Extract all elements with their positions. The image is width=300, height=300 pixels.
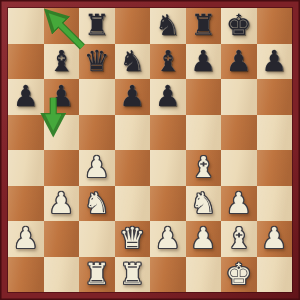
white-bishop[interactable]: ♝ <box>226 221 252 257</box>
square-d7[interactable]: ♞ <box>115 44 151 80</box>
square-d8[interactable] <box>115 8 151 44</box>
square-g7[interactable]: ♟ <box>221 44 257 80</box>
square-h2[interactable]: ♟ <box>257 221 293 257</box>
white-queen[interactable]: ♛ <box>119 221 145 257</box>
square-a4[interactable] <box>8 150 44 186</box>
square-g8[interactable]: ♚ <box>221 8 257 44</box>
white-bishop[interactable]: ♝ <box>190 150 216 186</box>
chess-board-frame: ♜♞♜♚♝♛♞♝♟♟♟♟♟♟♟♟♝♟♞♞♟♟♛♟♟♝♟♜♜♚ <box>0 0 300 300</box>
square-b1[interactable] <box>44 257 80 293</box>
square-e8[interactable]: ♞ <box>150 8 186 44</box>
square-f6[interactable] <box>186 79 222 115</box>
square-g6[interactable] <box>221 79 257 115</box>
black-pawn[interactable]: ♟ <box>261 44 287 80</box>
white-pawn[interactable]: ♟ <box>84 150 110 186</box>
square-f7[interactable]: ♟ <box>186 44 222 80</box>
black-king[interactable]: ♚ <box>226 8 252 44</box>
square-c6[interactable] <box>79 79 115 115</box>
square-b2[interactable] <box>44 221 80 257</box>
square-d6[interactable]: ♟ <box>115 79 151 115</box>
black-pawn[interactable]: ♟ <box>119 79 145 115</box>
square-f4[interactable]: ♝ <box>186 150 222 186</box>
black-bishop[interactable]: ♝ <box>155 44 181 80</box>
square-e6[interactable]: ♟ <box>150 79 186 115</box>
square-b3[interactable]: ♟ <box>44 186 80 222</box>
square-f1[interactable] <box>186 257 222 293</box>
white-king[interactable]: ♚ <box>226 257 252 293</box>
square-f5[interactable] <box>186 115 222 151</box>
white-pawn[interactable]: ♟ <box>261 221 287 257</box>
board-squares: ♜♞♜♚♝♛♞♝♟♟♟♟♟♟♟♟♝♟♞♞♟♟♛♟♟♝♟♜♜♚ <box>8 8 292 292</box>
square-c4[interactable]: ♟ <box>79 150 115 186</box>
white-pawn[interactable]: ♟ <box>13 221 39 257</box>
square-h1[interactable] <box>257 257 293 293</box>
square-c1[interactable]: ♜ <box>79 257 115 293</box>
white-rook[interactable]: ♜ <box>119 257 145 293</box>
black-queen[interactable]: ♛ <box>84 44 110 80</box>
white-pawn[interactable]: ♟ <box>226 186 252 222</box>
square-e1[interactable] <box>150 257 186 293</box>
square-g4[interactable] <box>221 150 257 186</box>
white-rook[interactable]: ♜ <box>84 257 110 293</box>
black-knight[interactable]: ♞ <box>119 44 145 80</box>
square-d3[interactable] <box>115 186 151 222</box>
square-c2[interactable] <box>79 221 115 257</box>
square-a6[interactable]: ♟ <box>8 79 44 115</box>
white-pawn[interactable]: ♟ <box>190 221 216 257</box>
square-d4[interactable] <box>115 150 151 186</box>
square-h3[interactable] <box>257 186 293 222</box>
square-e7[interactable]: ♝ <box>150 44 186 80</box>
square-a1[interactable] <box>8 257 44 293</box>
square-h6[interactable] <box>257 79 293 115</box>
square-h4[interactable] <box>257 150 293 186</box>
square-a2[interactable]: ♟ <box>8 221 44 257</box>
black-rook[interactable]: ♜ <box>84 8 110 44</box>
square-e5[interactable] <box>150 115 186 151</box>
square-e3[interactable] <box>150 186 186 222</box>
square-c8[interactable]: ♜ <box>79 8 115 44</box>
black-pawn[interactable]: ♟ <box>13 79 39 115</box>
square-c3[interactable]: ♞ <box>79 186 115 222</box>
square-a5[interactable] <box>8 115 44 151</box>
black-rook[interactable]: ♜ <box>190 8 216 44</box>
square-b6[interactable]: ♟ <box>44 79 80 115</box>
square-d5[interactable] <box>115 115 151 151</box>
square-h8[interactable] <box>257 8 293 44</box>
square-b7[interactable]: ♝ <box>44 44 80 80</box>
square-e2[interactable]: ♟ <box>150 221 186 257</box>
black-knight[interactable]: ♞ <box>155 8 181 44</box>
square-f2[interactable]: ♟ <box>186 221 222 257</box>
square-h5[interactable] <box>257 115 293 151</box>
square-b4[interactable] <box>44 150 80 186</box>
square-a7[interactable] <box>8 44 44 80</box>
square-d1[interactable]: ♜ <box>115 257 151 293</box>
black-pawn[interactable]: ♟ <box>155 79 181 115</box>
black-pawn[interactable]: ♟ <box>48 79 74 115</box>
square-g3[interactable]: ♟ <box>221 186 257 222</box>
white-pawn[interactable]: ♟ <box>155 221 181 257</box>
square-g1[interactable]: ♚ <box>221 257 257 293</box>
square-b5[interactable] <box>44 115 80 151</box>
square-b8[interactable] <box>44 8 80 44</box>
white-knight[interactable]: ♞ <box>190 186 216 222</box>
black-pawn[interactable]: ♟ <box>226 44 252 80</box>
square-a8[interactable] <box>8 8 44 44</box>
square-d2[interactable]: ♛ <box>115 221 151 257</box>
black-bishop[interactable]: ♝ <box>48 44 74 80</box>
square-f3[interactable]: ♞ <box>186 186 222 222</box>
square-c5[interactable] <box>79 115 115 151</box>
square-h7[interactable]: ♟ <box>257 44 293 80</box>
white-knight[interactable]: ♞ <box>84 186 110 222</box>
square-g5[interactable] <box>221 115 257 151</box>
square-e4[interactable] <box>150 150 186 186</box>
square-c7[interactable]: ♛ <box>79 44 115 80</box>
square-f8[interactable]: ♜ <box>186 8 222 44</box>
black-pawn[interactable]: ♟ <box>190 44 216 80</box>
white-pawn[interactable]: ♟ <box>48 186 74 222</box>
square-a3[interactable] <box>8 186 44 222</box>
square-g2[interactable]: ♝ <box>221 221 257 257</box>
